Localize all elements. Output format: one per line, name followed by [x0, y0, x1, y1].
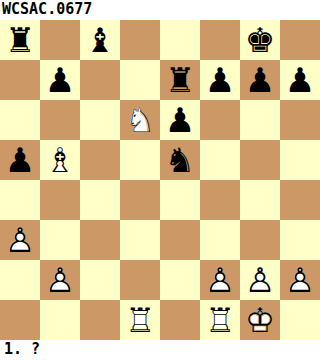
square-c1[interactable] — [80, 300, 120, 340]
square-g4[interactable] — [240, 180, 280, 220]
square-a8[interactable]: ♜ — [0, 20, 40, 60]
piece-white-pawn: ♟♙ — [200, 260, 240, 300]
move-prompt: 1. ? — [0, 340, 320, 360]
piece-white-rook: ♜♖ — [200, 300, 240, 340]
piece-black-pawn: ♟ — [200, 60, 240, 100]
square-f5[interactable] — [200, 140, 240, 180]
square-g3[interactable] — [240, 220, 280, 260]
square-g2[interactable]: ♟♙ — [240, 260, 280, 300]
piece-black-pawn: ♟ — [160, 100, 200, 140]
square-a1[interactable] — [0, 300, 40, 340]
square-h1[interactable] — [280, 300, 320, 340]
square-b2[interactable]: ♟♙ — [40, 260, 80, 300]
square-e4[interactable] — [160, 180, 200, 220]
square-h5[interactable] — [280, 140, 320, 180]
square-e2[interactable] — [160, 260, 200, 300]
piece-black-king: ♚ — [240, 20, 280, 60]
square-c7[interactable] — [80, 60, 120, 100]
square-a5[interactable]: ♟ — [0, 140, 40, 180]
puzzle-title: WCSAC.0677 — [0, 0, 320, 20]
square-g6[interactable] — [240, 100, 280, 140]
square-f6[interactable] — [200, 100, 240, 140]
square-a3[interactable]: ♟♙ — [0, 220, 40, 260]
square-d8[interactable] — [120, 20, 160, 60]
square-e1[interactable] — [160, 300, 200, 340]
piece-white-knight: ♞♘ — [120, 100, 160, 140]
square-b3[interactable] — [40, 220, 80, 260]
piece-black-rook: ♜ — [0, 20, 40, 60]
square-d1[interactable]: ♜♖ — [120, 300, 160, 340]
piece-white-pawn: ♟♙ — [280, 260, 320, 300]
piece-black-knight: ♞ — [160, 140, 200, 180]
square-a7[interactable] — [0, 60, 40, 100]
square-d5[interactable] — [120, 140, 160, 180]
piece-white-pawn: ♟♙ — [0, 220, 40, 260]
square-g1[interactable]: ♚♔ — [240, 300, 280, 340]
square-g5[interactable] — [240, 140, 280, 180]
square-e7[interactable]: ♜ — [160, 60, 200, 100]
piece-white-bishop: ♝♗ — [40, 140, 80, 180]
chess-board: ♜♝♚♟♜♟♟♟♞♘♟♟♝♗♞♟♙♟♙♟♙♟♙♟♙♜♖♜♖♚♔ — [0, 20, 320, 340]
square-d2[interactable] — [120, 260, 160, 300]
square-e3[interactable] — [160, 220, 200, 260]
square-c5[interactable] — [80, 140, 120, 180]
piece-black-pawn: ♟ — [280, 60, 320, 100]
piece-black-rook: ♜ — [160, 60, 200, 100]
square-h3[interactable] — [280, 220, 320, 260]
square-a2[interactable] — [0, 260, 40, 300]
square-e5[interactable]: ♞ — [160, 140, 200, 180]
square-d3[interactable] — [120, 220, 160, 260]
square-a6[interactable] — [0, 100, 40, 140]
square-d6[interactable]: ♞♘ — [120, 100, 160, 140]
square-a4[interactable] — [0, 180, 40, 220]
square-f7[interactable]: ♟ — [200, 60, 240, 100]
square-e8[interactable] — [160, 20, 200, 60]
square-g7[interactable]: ♟ — [240, 60, 280, 100]
square-c6[interactable] — [80, 100, 120, 140]
piece-white-king: ♚♔ — [240, 300, 280, 340]
square-b1[interactable] — [40, 300, 80, 340]
square-b8[interactable] — [40, 20, 80, 60]
square-b4[interactable] — [40, 180, 80, 220]
square-c2[interactable] — [80, 260, 120, 300]
piece-white-pawn: ♟♙ — [40, 260, 80, 300]
chess-puzzle-page: WCSAC.0677 ♜♝♚♟♜♟♟♟♞♘♟♟♝♗♞♟♙♟♙♟♙♟♙♟♙♜♖♜♖… — [0, 0, 320, 360]
square-b5[interactable]: ♝♗ — [40, 140, 80, 180]
square-d7[interactable] — [120, 60, 160, 100]
square-d4[interactable] — [120, 180, 160, 220]
square-c3[interactable] — [80, 220, 120, 260]
square-f1[interactable]: ♜♖ — [200, 300, 240, 340]
square-h7[interactable]: ♟ — [280, 60, 320, 100]
square-h8[interactable] — [280, 20, 320, 60]
piece-black-pawn: ♟ — [0, 140, 40, 180]
square-e6[interactable]: ♟ — [160, 100, 200, 140]
square-b6[interactable] — [40, 100, 80, 140]
square-h4[interactable] — [280, 180, 320, 220]
piece-white-rook: ♜♖ — [120, 300, 160, 340]
piece-black-pawn: ♟ — [240, 60, 280, 100]
piece-black-bishop: ♝ — [80, 20, 120, 60]
square-b7[interactable]: ♟ — [40, 60, 80, 100]
piece-black-pawn: ♟ — [40, 60, 80, 100]
square-f8[interactable] — [200, 20, 240, 60]
square-f3[interactable] — [200, 220, 240, 260]
square-h6[interactable] — [280, 100, 320, 140]
square-c4[interactable] — [80, 180, 120, 220]
square-g8[interactable]: ♚ — [240, 20, 280, 60]
square-f4[interactable] — [200, 180, 240, 220]
square-h2[interactable]: ♟♙ — [280, 260, 320, 300]
piece-white-pawn: ♟♙ — [240, 260, 280, 300]
square-c8[interactable]: ♝ — [80, 20, 120, 60]
square-f2[interactable]: ♟♙ — [200, 260, 240, 300]
